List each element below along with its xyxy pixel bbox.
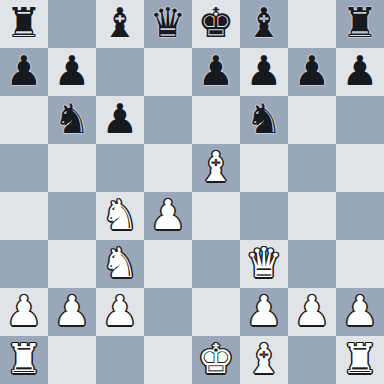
square-g1[interactable]	[288, 336, 336, 384]
square-d7[interactable]	[144, 48, 192, 96]
square-g8[interactable]	[288, 0, 336, 48]
square-c6[interactable]: ♟	[96, 96, 144, 144]
square-g6[interactable]	[288, 96, 336, 144]
square-a7[interactable]: ♟	[0, 48, 48, 96]
white-pawn-icon[interactable]: ♟	[294, 287, 331, 335]
square-d6[interactable]	[144, 96, 192, 144]
white-pawn-icon[interactable]: ♟	[150, 191, 187, 239]
square-e2[interactable]	[192, 288, 240, 336]
square-g4[interactable]	[288, 192, 336, 240]
square-e7[interactable]: ♟	[192, 48, 240, 96]
black-pawn-icon[interactable]: ♟	[102, 95, 139, 143]
square-a1[interactable]: ♜	[0, 336, 48, 384]
square-g5[interactable]	[288, 144, 336, 192]
square-h5[interactable]	[336, 144, 384, 192]
square-a8[interactable]: ♜	[0, 0, 48, 48]
square-b2[interactable]: ♟	[48, 288, 96, 336]
square-d5[interactable]	[144, 144, 192, 192]
white-rook-icon[interactable]: ♜	[342, 335, 379, 383]
square-a6[interactable]	[0, 96, 48, 144]
square-h6[interactable]	[336, 96, 384, 144]
chess-board: ♜♝♛♚♝♜♟♟♟♟♟♟♞♟♞♝♞♟♞♛♟♟♟♟♟♟♜♚♝♜	[0, 0, 384, 384]
square-g2[interactable]: ♟	[288, 288, 336, 336]
square-b1[interactable]	[48, 336, 96, 384]
white-pawn-icon[interactable]: ♟	[102, 287, 139, 335]
black-king-icon[interactable]: ♚	[198, 0, 235, 47]
square-b5[interactable]	[48, 144, 96, 192]
square-d3[interactable]	[144, 240, 192, 288]
white-bishop-icon[interactable]: ♝	[198, 143, 235, 191]
white-bishop-icon[interactable]: ♝	[246, 335, 283, 383]
black-pawn-icon[interactable]: ♟	[54, 47, 91, 95]
black-bishop-icon[interactable]: ♝	[246, 0, 283, 47]
square-a2[interactable]: ♟	[0, 288, 48, 336]
square-b8[interactable]	[48, 0, 96, 48]
black-pawn-icon[interactable]: ♟	[198, 47, 235, 95]
black-bishop-icon[interactable]: ♝	[102, 0, 139, 47]
chess-board-container: ♜♝♛♚♝♜♟♟♟♟♟♟♞♟♞♝♞♟♞♛♟♟♟♟♟♟♜♚♝♜	[0, 0, 384, 384]
black-pawn-icon[interactable]: ♟	[342, 47, 379, 95]
black-pawn-icon[interactable]: ♟	[294, 47, 331, 95]
square-d4[interactable]: ♟	[144, 192, 192, 240]
square-h4[interactable]	[336, 192, 384, 240]
square-c4[interactable]: ♞	[96, 192, 144, 240]
white-rook-icon[interactable]: ♜	[6, 335, 43, 383]
square-f3[interactable]: ♛	[240, 240, 288, 288]
square-e1[interactable]: ♚	[192, 336, 240, 384]
square-f1[interactable]: ♝	[240, 336, 288, 384]
white-knight-icon[interactable]: ♞	[102, 239, 139, 287]
square-e3[interactable]	[192, 240, 240, 288]
square-f7[interactable]: ♟	[240, 48, 288, 96]
square-c8[interactable]: ♝	[96, 0, 144, 48]
black-knight-icon[interactable]: ♞	[246, 95, 283, 143]
square-e6[interactable]	[192, 96, 240, 144]
square-h7[interactable]: ♟	[336, 48, 384, 96]
square-c3[interactable]: ♞	[96, 240, 144, 288]
square-d2[interactable]	[144, 288, 192, 336]
square-a4[interactable]	[0, 192, 48, 240]
white-knight-icon[interactable]: ♞	[102, 191, 139, 239]
white-king-icon[interactable]: ♚	[198, 335, 235, 383]
white-pawn-icon[interactable]: ♟	[342, 287, 379, 335]
square-h3[interactable]	[336, 240, 384, 288]
square-h2[interactable]: ♟	[336, 288, 384, 336]
square-f6[interactable]: ♞	[240, 96, 288, 144]
square-c1[interactable]	[96, 336, 144, 384]
square-b3[interactable]	[48, 240, 96, 288]
square-g3[interactable]	[288, 240, 336, 288]
square-g7[interactable]: ♟	[288, 48, 336, 96]
square-b7[interactable]: ♟	[48, 48, 96, 96]
square-f5[interactable]	[240, 144, 288, 192]
black-rook-icon[interactable]: ♜	[342, 0, 379, 47]
square-e4[interactable]	[192, 192, 240, 240]
square-h8[interactable]: ♜	[336, 0, 384, 48]
black-queen-icon[interactable]: ♛	[150, 0, 187, 47]
square-f8[interactable]: ♝	[240, 0, 288, 48]
square-f2[interactable]: ♟	[240, 288, 288, 336]
square-c5[interactable]	[96, 144, 144, 192]
white-queen-icon[interactable]: ♛	[246, 239, 283, 287]
white-pawn-icon[interactable]: ♟	[54, 287, 91, 335]
white-pawn-icon[interactable]: ♟	[246, 287, 283, 335]
black-pawn-icon[interactable]: ♟	[246, 47, 283, 95]
square-c2[interactable]: ♟	[96, 288, 144, 336]
square-a5[interactable]	[0, 144, 48, 192]
square-b4[interactable]	[48, 192, 96, 240]
black-pawn-icon[interactable]: ♟	[6, 47, 43, 95]
square-f4[interactable]	[240, 192, 288, 240]
black-knight-icon[interactable]: ♞	[54, 95, 91, 143]
square-e5[interactable]: ♝	[192, 144, 240, 192]
square-a3[interactable]	[0, 240, 48, 288]
square-h1[interactable]: ♜	[336, 336, 384, 384]
square-e8[interactable]: ♚	[192, 0, 240, 48]
square-d1[interactable]	[144, 336, 192, 384]
square-d8[interactable]: ♛	[144, 0, 192, 48]
square-b6[interactable]: ♞	[48, 96, 96, 144]
square-c7[interactable]	[96, 48, 144, 96]
white-pawn-icon[interactable]: ♟	[6, 287, 43, 335]
black-rook-icon[interactable]: ♜	[6, 0, 43, 47]
